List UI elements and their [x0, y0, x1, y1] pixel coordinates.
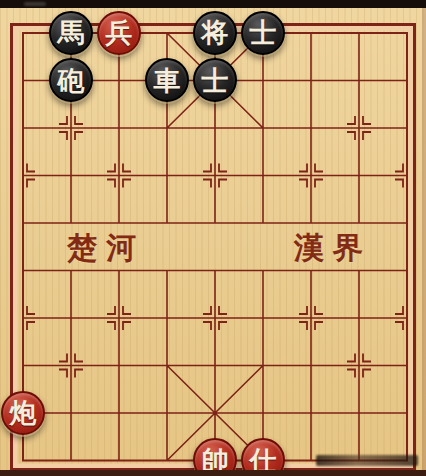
- black-general-piece[interactable]: 将: [193, 11, 237, 55]
- black-advisor-piece[interactable]: 士: [193, 58, 237, 102]
- right-edge-shade: [422, 8, 426, 470]
- red-soldier-piece[interactable]: 兵: [97, 11, 141, 55]
- top-bar-smudge: [24, 2, 46, 6]
- top-bar: [0, 0, 426, 8]
- red-cannon-piece[interactable]: 炮: [1, 391, 45, 435]
- black-cannon-piece[interactable]: 砲: [49, 58, 93, 102]
- black-advisor-piece[interactable]: 士: [241, 11, 285, 55]
- pieces-layer: 馬兵将士砲車士炮帥仕: [0, 9, 426, 476]
- xiangqi-app-screen: 楚河 漢界 馬兵将士砲車士炮帥仕: [0, 0, 426, 476]
- black-chariot-piece[interactable]: 車: [145, 58, 189, 102]
- black-horse-piece[interactable]: 馬: [49, 11, 93, 55]
- bottom-frame-strip: [0, 470, 426, 476]
- watermark-smudge: [316, 455, 418, 466]
